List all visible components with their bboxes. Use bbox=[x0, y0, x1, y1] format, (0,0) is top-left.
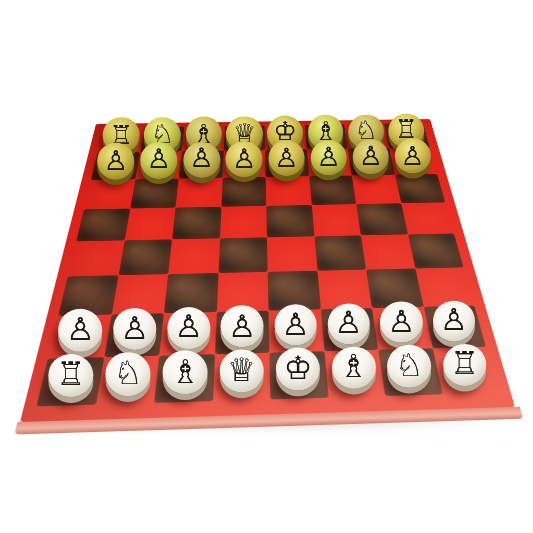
piece-white-pawn-d2[interactable]: ♙ bbox=[221, 306, 264, 348]
bishop-icon: ♗ bbox=[171, 356, 200, 388]
square-b5[interactable] bbox=[124, 207, 175, 240]
piece-white-pawn-g2[interactable]: ♙ bbox=[380, 302, 422, 343]
square-e4[interactable] bbox=[267, 236, 317, 272]
square-h3[interactable] bbox=[415, 268, 474, 307]
pawn-icon: ♙ bbox=[335, 308, 362, 339]
square-h4[interactable] bbox=[408, 233, 464, 268]
piece-black-pawn-d7[interactable]: ♙ bbox=[226, 141, 263, 177]
piece-black-pawn-g7[interactable]: ♙ bbox=[352, 139, 389, 174]
pawn-icon: ♙ bbox=[121, 313, 149, 344]
square-d4[interactable] bbox=[218, 237, 268, 273]
piece-white-pawn-h2[interactable]: ♙ bbox=[433, 301, 475, 342]
piece-black-pawn-c7[interactable]: ♙ bbox=[183, 142, 220, 178]
pawn-icon: ♙ bbox=[317, 144, 341, 170]
piece-black-pawn-a7[interactable]: ♙ bbox=[97, 143, 135, 179]
pawn-icon: ♙ bbox=[440, 305, 467, 335]
square-e6[interactable] bbox=[266, 176, 312, 206]
rook-icon: ♖ bbox=[451, 348, 479, 379]
piece-black-pawn-f7[interactable]: ♙ bbox=[310, 140, 347, 176]
pawn-icon: ♙ bbox=[175, 312, 203, 343]
square-f6[interactable] bbox=[309, 175, 356, 205]
piece-white-pawn-e2[interactable]: ♙ bbox=[274, 304, 317, 345]
piece-white-bishop-c1[interactable]: ♗ bbox=[163, 351, 208, 394]
square-f4[interactable] bbox=[314, 235, 366, 271]
pawn-icon: ♙ bbox=[190, 146, 214, 173]
piece-white-queen-d1[interactable]: ♕ bbox=[219, 349, 264, 392]
board-side-edge bbox=[14, 407, 523, 435]
piece-white-bishop-f1[interactable]: ♗ bbox=[332, 346, 376, 389]
piece-white-knight-g1[interactable]: ♘ bbox=[388, 345, 432, 387]
queen-icon: ♕ bbox=[227, 354, 256, 386]
king-icon: ♔ bbox=[284, 353, 313, 385]
pawn-icon: ♙ bbox=[282, 309, 310, 340]
piece-white-rook-a1[interactable]: ♖ bbox=[48, 354, 93, 398]
square-a6[interactable] bbox=[84, 179, 135, 209]
pawn-icon: ♙ bbox=[66, 314, 94, 345]
square-e5[interactable] bbox=[266, 205, 314, 238]
bishop-icon: ♗ bbox=[340, 351, 368, 383]
square-a4[interactable] bbox=[68, 240, 125, 276]
square-g6[interactable] bbox=[352, 174, 401, 204]
square-g4[interactable] bbox=[361, 234, 415, 269]
piece-white-knight-b1[interactable]: ♘ bbox=[106, 352, 151, 396]
piece-white-pawn-c2[interactable]: ♙ bbox=[167, 307, 210, 349]
square-a5[interactable] bbox=[76, 208, 130, 241]
knight-icon: ♘ bbox=[114, 357, 143, 389]
chess-board bbox=[20, 119, 515, 422]
pawn-icon: ♙ bbox=[388, 306, 415, 336]
knight-icon: ♘ bbox=[395, 350, 423, 382]
pawn-icon: ♙ bbox=[401, 143, 424, 169]
square-d6[interactable] bbox=[221, 177, 266, 207]
square-c5[interactable] bbox=[172, 207, 221, 240]
square-b6[interactable] bbox=[130, 178, 179, 208]
square-c6[interactable] bbox=[176, 177, 223, 207]
piece-black-pawn-e7[interactable]: ♙ bbox=[268, 140, 305, 176]
pawn-icon: ♙ bbox=[228, 310, 256, 341]
pawn-icon: ♙ bbox=[359, 143, 383, 169]
square-b4[interactable] bbox=[118, 239, 172, 275]
piece-white-rook-h1[interactable]: ♖ bbox=[443, 344, 487, 386]
square-c4[interactable] bbox=[168, 238, 219, 274]
pawn-icon: ♙ bbox=[147, 146, 171, 173]
square-g5[interactable] bbox=[356, 203, 407, 235]
square-h6[interactable] bbox=[395, 174, 446, 203]
square-d5[interactable] bbox=[220, 206, 267, 239]
square-h5[interactable] bbox=[401, 202, 454, 234]
chess-board-photo: ♖♘♗♕♔♗♘♖♙♙♙♙♙♙♙♙♙♙♙♙♙♙♙♙♖♘♗♕♔♗♘♖ bbox=[0, 0, 533, 533]
pawn-icon: ♙ bbox=[104, 147, 128, 174]
pawn-icon: ♙ bbox=[275, 145, 299, 172]
square-f5[interactable] bbox=[311, 204, 361, 236]
piece-white-pawn-a2[interactable]: ♙ bbox=[59, 309, 103, 351]
pawn-icon: ♙ bbox=[232, 145, 256, 172]
piece-white-king-e1[interactable]: ♔ bbox=[276, 348, 320, 391]
rook-icon: ♖ bbox=[56, 359, 85, 392]
